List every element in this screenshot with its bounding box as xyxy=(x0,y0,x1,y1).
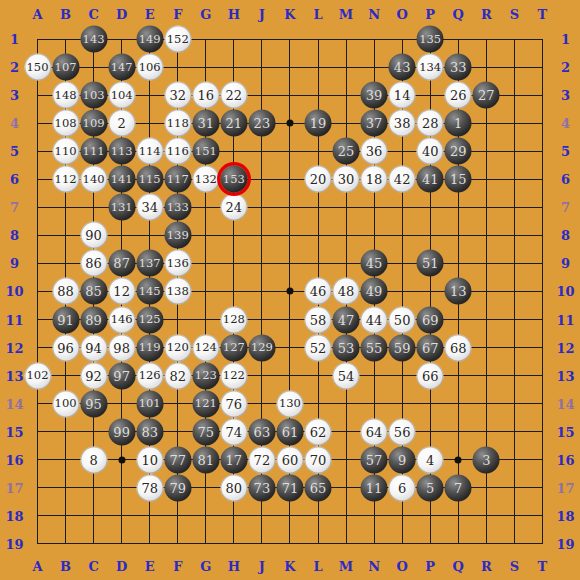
stone-F17: 79 xyxy=(164,474,191,501)
move-number: 32 xyxy=(169,89,186,102)
star-point-K4 xyxy=(286,120,293,127)
stone-G4: 31 xyxy=(192,110,219,137)
move-number: 18 xyxy=(366,173,383,186)
move-number: 127 xyxy=(223,342,245,354)
move-number: 139 xyxy=(167,230,189,242)
stone-R16: 3 xyxy=(473,446,500,473)
move-number: 6 xyxy=(398,481,406,494)
stone-C13: 92 xyxy=(80,362,107,389)
stone-O11: 50 xyxy=(389,306,416,333)
column-label-bottom-N: N xyxy=(368,558,380,573)
move-number: 75 xyxy=(198,425,215,438)
move-number: 97 xyxy=(113,369,130,382)
stone-P9: 51 xyxy=(417,250,444,277)
move-number: 138 xyxy=(167,286,189,298)
stone-E1: 149 xyxy=(136,26,163,53)
column-label-bottom-J: J xyxy=(259,558,265,573)
row-label-right-2: 2 xyxy=(561,60,570,75)
move-number: 111 xyxy=(83,145,105,157)
move-number: 16 xyxy=(198,89,215,102)
stone-E15: 83 xyxy=(136,418,163,445)
stone-J12: 129 xyxy=(248,334,275,361)
row-label-right-3: 3 xyxy=(561,88,570,103)
row-label-right-10: 10 xyxy=(556,284,574,299)
move-number: 47 xyxy=(338,313,355,326)
stone-J4: 23 xyxy=(248,110,275,137)
move-number: 60 xyxy=(282,453,299,466)
move-number: 149 xyxy=(139,33,161,45)
stone-D2: 147 xyxy=(108,54,135,81)
move-number: 51 xyxy=(422,257,439,270)
move-number: 146 xyxy=(111,314,133,326)
stone-H11: 128 xyxy=(220,306,247,333)
stone-N16: 57 xyxy=(361,446,388,473)
move-number: 115 xyxy=(139,174,161,186)
stone-D10: 12 xyxy=(108,278,135,305)
move-number: 72 xyxy=(254,453,271,466)
stone-D15: 99 xyxy=(108,418,135,445)
stone-M10: 48 xyxy=(333,278,360,305)
stone-K17: 71 xyxy=(276,474,303,501)
stone-B3: 148 xyxy=(52,82,79,109)
move-number: 22 xyxy=(226,89,243,102)
move-number: 121 xyxy=(195,398,217,410)
move-number: 95 xyxy=(85,397,102,410)
move-number: 36 xyxy=(366,145,383,158)
stone-E2: 106 xyxy=(136,54,163,81)
stone-R3: 27 xyxy=(473,82,500,109)
move-number: 104 xyxy=(111,89,133,101)
move-number: 64 xyxy=(366,425,383,438)
move-number: 113 xyxy=(111,145,133,157)
stone-D9: 87 xyxy=(108,250,135,277)
move-number: 42 xyxy=(394,173,411,186)
row-label-right-1: 1 xyxy=(561,32,570,47)
stone-L10: 46 xyxy=(305,278,332,305)
stone-K15: 61 xyxy=(276,418,303,445)
column-label-top-N: N xyxy=(368,7,380,22)
stone-P11: 69 xyxy=(417,306,444,333)
move-number: 3 xyxy=(482,453,490,466)
star-point-D16 xyxy=(118,456,125,463)
stone-O16: 9 xyxy=(389,446,416,473)
stone-E17: 78 xyxy=(136,474,163,501)
column-label-top-C: C xyxy=(88,7,98,22)
column-label-bottom-T: T xyxy=(538,558,548,573)
move-number: 12 xyxy=(113,285,130,298)
move-number: 48 xyxy=(338,285,355,298)
move-number: 39 xyxy=(366,89,383,102)
stone-H4: 21 xyxy=(220,110,247,137)
column-label-bottom-E: E xyxy=(145,558,155,573)
move-number: 17 xyxy=(226,453,243,466)
row-label-left-18: 18 xyxy=(5,508,23,523)
column-label-bottom-Q: Q xyxy=(453,558,464,573)
move-number: 152 xyxy=(167,33,189,45)
move-number: 31 xyxy=(198,117,215,130)
stone-N12: 55 xyxy=(361,334,388,361)
row-label-right-11: 11 xyxy=(556,312,574,327)
stone-B5: 110 xyxy=(52,138,79,165)
stone-Q10: 13 xyxy=(445,278,472,305)
stone-P4: 28 xyxy=(417,110,444,137)
column-label-bottom-G: G xyxy=(200,558,211,573)
stone-H3: 22 xyxy=(220,82,247,109)
move-number: 56 xyxy=(394,425,411,438)
stone-F7: 133 xyxy=(164,194,191,221)
move-number: 57 xyxy=(366,453,383,466)
move-number: 25 xyxy=(338,145,355,158)
move-number: 148 xyxy=(55,89,77,101)
column-label-top-M: M xyxy=(339,7,353,22)
move-number: 109 xyxy=(83,117,105,129)
stone-G13: 123 xyxy=(192,362,219,389)
move-number: 131 xyxy=(111,202,133,214)
move-number: 73 xyxy=(254,481,271,494)
column-label-top-O: O xyxy=(396,7,407,22)
last-move-stone-H6: 153 xyxy=(220,166,247,193)
column-label-top-S: S xyxy=(510,7,519,22)
move-number: 116 xyxy=(167,145,189,157)
move-number: 67 xyxy=(422,341,439,354)
stone-C1: 143 xyxy=(80,26,107,53)
move-number: 13 xyxy=(450,285,467,298)
move-number: 143 xyxy=(83,33,105,45)
row-label-left-12: 12 xyxy=(5,340,23,355)
move-number: 1 xyxy=(454,117,462,130)
row-label-left-9: 9 xyxy=(10,256,19,271)
move-number: 41 xyxy=(422,173,439,186)
stone-B4: 108 xyxy=(52,110,79,137)
move-number: 45 xyxy=(366,257,383,270)
move-number: 27 xyxy=(478,89,495,102)
stone-E9: 137 xyxy=(136,250,163,277)
column-label-bottom-D: D xyxy=(116,558,127,573)
column-label-bottom-B: B xyxy=(60,558,71,573)
move-number: 34 xyxy=(141,201,158,214)
stone-D6: 141 xyxy=(108,166,135,193)
stone-M13: 54 xyxy=(333,362,360,389)
move-number: 63 xyxy=(254,425,271,438)
move-number: 92 xyxy=(85,369,102,382)
stone-Q17: 7 xyxy=(445,474,472,501)
stone-H13: 122 xyxy=(220,362,247,389)
stone-F16: 77 xyxy=(164,446,191,473)
stone-N15: 64 xyxy=(361,418,388,445)
stone-E11: 125 xyxy=(136,306,163,333)
row-label-left-10: 10 xyxy=(5,284,23,299)
row-label-right-15: 15 xyxy=(556,424,574,439)
stone-P12: 67 xyxy=(417,334,444,361)
stone-F8: 139 xyxy=(164,222,191,249)
column-label-top-R: R xyxy=(481,7,492,22)
stone-J16: 72 xyxy=(248,446,275,473)
move-number: 78 xyxy=(141,481,158,494)
row-label-right-7: 7 xyxy=(561,200,570,215)
stone-P2: 134 xyxy=(417,54,444,81)
move-number: 150 xyxy=(27,61,49,73)
row-label-right-14: 14 xyxy=(556,396,574,411)
stone-L4: 19 xyxy=(305,110,332,137)
stone-G6: 132 xyxy=(192,166,219,193)
row-label-left-2: 2 xyxy=(10,60,19,75)
stone-Q3: 26 xyxy=(445,82,472,109)
stone-P17: 5 xyxy=(417,474,444,501)
grid-line-vertical xyxy=(542,39,543,545)
stone-D7: 131 xyxy=(108,194,135,221)
stone-G3: 16 xyxy=(192,82,219,109)
stone-O6: 42 xyxy=(389,166,416,193)
move-number: 118 xyxy=(167,117,189,129)
move-number: 5 xyxy=(426,481,434,494)
row-label-left-7: 7 xyxy=(10,200,19,215)
stone-K16: 60 xyxy=(276,446,303,473)
column-label-bottom-K: K xyxy=(284,558,295,573)
row-label-left-8: 8 xyxy=(10,228,19,243)
move-number: 74 xyxy=(226,425,243,438)
row-label-right-13: 13 xyxy=(556,368,574,383)
move-number: 128 xyxy=(223,314,245,326)
move-number: 120 xyxy=(167,342,189,354)
stone-N5: 36 xyxy=(361,138,388,165)
move-number: 107 xyxy=(55,61,77,73)
stone-C4: 109 xyxy=(80,110,107,137)
move-number: 117 xyxy=(167,174,189,186)
stone-D3: 104 xyxy=(108,82,135,109)
stone-C11: 89 xyxy=(80,306,107,333)
move-number: 124 xyxy=(195,342,217,354)
move-number: 101 xyxy=(139,398,161,410)
column-label-bottom-M: M xyxy=(339,558,353,573)
row-label-left-17: 17 xyxy=(5,480,23,495)
stone-O2: 43 xyxy=(389,54,416,81)
column-label-bottom-C: C xyxy=(88,558,98,573)
stone-H16: 17 xyxy=(220,446,247,473)
move-number: 102 xyxy=(27,370,49,382)
row-label-left-15: 15 xyxy=(5,424,23,439)
move-number: 151 xyxy=(195,145,217,157)
stone-P13: 66 xyxy=(417,362,444,389)
move-number: 119 xyxy=(139,342,161,354)
stone-G12: 124 xyxy=(192,334,219,361)
move-number: 98 xyxy=(113,341,130,354)
column-label-top-J: J xyxy=(259,7,265,22)
move-number: 20 xyxy=(310,173,327,186)
stone-C16: 8 xyxy=(80,446,107,473)
move-number: 77 xyxy=(169,453,186,466)
row-label-right-16: 16 xyxy=(556,452,574,467)
row-label-right-18: 18 xyxy=(556,508,574,523)
move-number: 147 xyxy=(111,61,133,73)
move-number: 140 xyxy=(83,174,105,186)
stone-C3: 103 xyxy=(80,82,107,109)
move-number: 69 xyxy=(422,313,439,326)
stone-G16: 81 xyxy=(192,446,219,473)
row-label-left-14: 14 xyxy=(5,396,23,411)
move-number: 44 xyxy=(366,313,383,326)
move-number: 43 xyxy=(394,61,411,74)
move-number: 133 xyxy=(167,202,189,214)
stone-D5: 113 xyxy=(108,138,135,165)
move-number: 50 xyxy=(394,313,411,326)
stone-A13: 102 xyxy=(24,362,51,389)
column-label-top-B: B xyxy=(60,7,71,22)
move-number: 70 xyxy=(310,453,327,466)
stone-N4: 37 xyxy=(361,110,388,137)
stone-O4: 38 xyxy=(389,110,416,137)
stone-P1: 135 xyxy=(417,26,444,53)
stone-E10: 145 xyxy=(136,278,163,305)
stone-H14: 76 xyxy=(220,390,247,417)
move-number: 40 xyxy=(422,145,439,158)
move-number: 132 xyxy=(195,174,217,186)
column-label-bottom-A: A xyxy=(32,558,42,573)
move-number: 21 xyxy=(226,117,243,130)
stone-G14: 121 xyxy=(192,390,219,417)
stone-C8: 90 xyxy=(80,222,107,249)
move-number: 28 xyxy=(422,117,439,130)
move-number: 11 xyxy=(366,481,383,494)
move-number: 24 xyxy=(226,201,243,214)
move-number: 137 xyxy=(139,258,161,270)
move-number: 15 xyxy=(450,173,467,186)
move-number: 141 xyxy=(111,174,133,186)
stone-E7: 34 xyxy=(136,194,163,221)
row-label-left-19: 19 xyxy=(5,536,23,551)
column-label-bottom-H: H xyxy=(228,558,240,573)
stone-F10: 138 xyxy=(164,278,191,305)
stone-D4: 2 xyxy=(108,110,135,137)
row-label-right-8: 8 xyxy=(561,228,570,243)
move-number: 19 xyxy=(310,117,327,130)
stone-B11: 91 xyxy=(52,306,79,333)
row-label-right-5: 5 xyxy=(561,144,570,159)
move-number: 62 xyxy=(310,425,327,438)
move-number: 38 xyxy=(394,117,411,130)
stone-D12: 98 xyxy=(108,334,135,361)
stone-M12: 53 xyxy=(333,334,360,361)
stone-B6: 112 xyxy=(52,166,79,193)
move-number: 23 xyxy=(254,117,271,130)
column-label-top-T: T xyxy=(538,7,548,22)
move-number: 66 xyxy=(422,369,439,382)
go-board[interactable]: AABBCCDDEEFFGGHHJJKKLLMMNNOOPPQQRRSSTT11… xyxy=(0,0,580,580)
move-number: 91 xyxy=(57,313,74,326)
stone-O15: 56 xyxy=(389,418,416,445)
move-number: 126 xyxy=(139,370,161,382)
stone-N17: 11 xyxy=(361,474,388,501)
move-number: 123 xyxy=(195,370,217,382)
stone-F9: 136 xyxy=(164,250,191,277)
move-number: 79 xyxy=(169,481,186,494)
stone-N6: 18 xyxy=(361,166,388,193)
stone-C9: 86 xyxy=(80,250,107,277)
stone-E5: 114 xyxy=(136,138,163,165)
stone-L11: 58 xyxy=(305,306,332,333)
row-label-right-4: 4 xyxy=(561,116,570,131)
grid-line-vertical xyxy=(514,39,515,545)
row-label-left-5: 5 xyxy=(10,144,19,159)
move-number: 103 xyxy=(83,89,105,101)
move-number: 125 xyxy=(139,314,161,326)
star-point-Q16 xyxy=(455,456,462,463)
stone-Q5: 29 xyxy=(445,138,472,165)
stone-C12: 94 xyxy=(80,334,107,361)
column-label-top-E: E xyxy=(145,7,155,22)
column-label-top-K: K xyxy=(284,7,295,22)
row-label-right-6: 6 xyxy=(561,172,570,187)
stone-E12: 119 xyxy=(136,334,163,361)
move-number: 58 xyxy=(310,313,327,326)
stone-Q12: 68 xyxy=(445,334,472,361)
stone-H15: 74 xyxy=(220,418,247,445)
stone-A2: 150 xyxy=(24,54,51,81)
move-number: 122 xyxy=(223,370,245,382)
stone-B14: 100 xyxy=(52,390,79,417)
stone-B2: 107 xyxy=(52,54,79,81)
stone-Q2: 33 xyxy=(445,54,472,81)
row-label-left-16: 16 xyxy=(5,452,23,467)
stone-C5: 111 xyxy=(80,138,107,165)
column-label-top-D: D xyxy=(116,7,127,22)
stone-C6: 140 xyxy=(80,166,107,193)
row-label-left-1: 1 xyxy=(10,32,19,47)
move-number: 46 xyxy=(310,285,327,298)
move-number: 81 xyxy=(198,453,215,466)
column-label-bottom-L: L xyxy=(313,558,322,573)
stone-E6: 115 xyxy=(136,166,163,193)
move-number: 106 xyxy=(139,61,161,73)
move-number: 110 xyxy=(55,145,77,157)
stone-H7: 24 xyxy=(220,194,247,221)
stone-F6: 117 xyxy=(164,166,191,193)
stone-F3: 32 xyxy=(164,82,191,109)
move-number: 9 xyxy=(398,453,406,466)
stone-F12: 120 xyxy=(164,334,191,361)
move-number: 68 xyxy=(450,341,467,354)
stone-H12: 127 xyxy=(220,334,247,361)
move-number: 89 xyxy=(85,313,102,326)
move-number: 52 xyxy=(310,341,327,354)
stone-F1: 152 xyxy=(164,26,191,53)
stone-B12: 96 xyxy=(52,334,79,361)
move-number: 37 xyxy=(366,117,383,130)
stone-M5: 25 xyxy=(333,138,360,165)
move-number: 2 xyxy=(118,117,126,130)
stone-J17: 73 xyxy=(248,474,275,501)
move-number: 71 xyxy=(282,481,299,494)
star-point-K10 xyxy=(286,288,293,295)
row-label-right-19: 19 xyxy=(556,536,574,551)
move-number: 94 xyxy=(85,341,102,354)
stone-B10: 88 xyxy=(52,278,79,305)
stone-P6: 41 xyxy=(417,166,444,193)
stone-N10: 49 xyxy=(361,278,388,305)
stone-O3: 14 xyxy=(389,82,416,109)
row-label-right-9: 9 xyxy=(561,256,570,271)
column-label-bottom-P: P xyxy=(425,558,435,573)
stone-C14: 95 xyxy=(80,390,107,417)
move-number: 108 xyxy=(55,117,77,129)
move-number: 130 xyxy=(279,398,301,410)
stone-E16: 10 xyxy=(136,446,163,473)
move-number: 8 xyxy=(89,453,97,466)
row-label-left-13: 13 xyxy=(5,368,23,383)
move-number: 135 xyxy=(419,33,441,45)
move-number: 10 xyxy=(141,453,158,466)
move-number: 30 xyxy=(338,173,355,186)
move-number: 145 xyxy=(139,286,161,298)
